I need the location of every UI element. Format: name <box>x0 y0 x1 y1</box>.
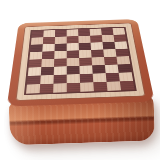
board-square[interactable] <box>120 81 135 90</box>
board-square[interactable] <box>53 83 67 93</box>
board-square[interactable] <box>40 84 54 94</box>
board-square[interactable] <box>80 82 94 91</box>
board-frame <box>15 23 145 101</box>
board-square[interactable] <box>93 82 107 91</box>
chess-box <box>4 15 156 150</box>
board-square[interactable] <box>107 81 122 90</box>
photo-background <box>0 0 160 160</box>
chess-box-lid <box>7 19 155 107</box>
board-square[interactable] <box>67 83 81 93</box>
chess-board <box>24 27 137 95</box>
board-square[interactable] <box>26 84 40 94</box>
